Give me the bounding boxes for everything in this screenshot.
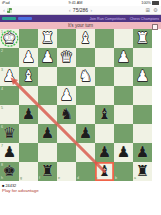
square-b3[interactable] <box>114 67 133 86</box>
piece-white-pawn-b2: ♟ <box>114 48 133 67</box>
rank-label-8: 8 <box>1 163 3 167</box>
mini-board-icon[interactable] <box>7 8 12 13</box>
piece-black-pawn-h7: ♟ <box>0 143 19 162</box>
board-outline-icon[interactable] <box>152 24 158 30</box>
square-d7[interactable] <box>76 143 95 162</box>
piece-white-rook-a1: ♜ <box>133 29 152 48</box>
square-g1[interactable] <box>19 29 38 48</box>
square-a6[interactable] <box>133 124 152 143</box>
square-h7[interactable]: 7♟ <box>0 143 19 162</box>
square-d6[interactable]: ♟ <box>76 124 95 143</box>
square-a2[interactable] <box>133 48 152 67</box>
piece-black-rook-f8: ♜ <box>38 162 57 181</box>
rank-label-2: 2 <box>1 49 3 53</box>
task-label: Play for advantage <box>2 188 159 194</box>
square-e2[interactable]: ♛ <box>57 48 76 67</box>
file-label-g: g <box>20 176 22 180</box>
square-f4[interactable] <box>38 86 57 105</box>
piece-white-pawn-h3: ♟ <box>0 67 19 86</box>
piece-white-knight-d3: ♞ <box>76 67 95 86</box>
square-c8[interactable]: c♝ <box>95 162 114 181</box>
piece-white-rook-f1: ♜ <box>38 29 57 48</box>
piece-white-bishop-g3: ♝ <box>19 67 38 86</box>
square-d1[interactable]: ♝ <box>76 29 95 48</box>
square-d2[interactable] <box>76 48 95 67</box>
rank-label-4: 4 <box>1 87 3 91</box>
clock: 9:41 AM <box>68 1 82 5</box>
square-f8[interactable]: f♜ <box>38 162 57 181</box>
progress-segment-solved[interactable] <box>2 17 16 21</box>
square-a8[interactable]: a♜ <box>133 162 152 181</box>
piece-black-pawn-f6: ♟ <box>38 124 57 143</box>
piece-white-bishop-d1: ♝ <box>76 29 95 48</box>
rank-label-3: 3 <box>1 68 3 72</box>
file-label-d: d <box>77 176 79 180</box>
square-g6[interactable] <box>19 124 38 143</box>
settings-gear-icon[interactable]: ⚙ <box>153 6 158 14</box>
square-h6[interactable]: 6♛ <box>0 124 19 143</box>
piece-black-pawn-d6: ♟ <box>76 124 95 143</box>
square-a3[interactable]: ♟ <box>133 67 152 86</box>
square-e4[interactable]: ♟ <box>57 86 76 105</box>
piece-black-king-h8: ♚ <box>0 162 19 181</box>
square-h3[interactable]: 3♟ <box>0 67 19 86</box>
piece-white-queen-e2: ♛ <box>57 48 76 67</box>
turn-banner: It's your turn <box>0 22 161 29</box>
file-label-f: f <box>39 176 40 180</box>
square-d5[interactable] <box>76 105 95 124</box>
file-label-c: c <box>96 176 98 180</box>
board-area: 1♚♜♝♜2♟♟♛♟3♟♝♞♟4♟5♟♞♝6♛♟♟7♟♟♟♟8h♚gf♜edc♝… <box>0 29 152 181</box>
square-b1[interactable] <box>114 29 133 48</box>
square-e7[interactable] <box>57 143 76 162</box>
rank-label-5: 5 <box>1 106 3 110</box>
rank-label-1: 1 <box>1 30 3 34</box>
square-e6[interactable] <box>57 124 76 143</box>
square-g2[interactable]: ♟ <box>19 48 38 67</box>
square-f6[interactable]: ♟ <box>38 124 57 143</box>
battery-percent: 100% <box>141 1 151 5</box>
progress-link-2[interactable]: Chess Champions <box>130 17 159 21</box>
file-label-h: h <box>1 176 3 180</box>
square-c3[interactable] <box>95 67 114 86</box>
file-label-a: a <box>134 176 136 180</box>
square-a7[interactable]: ♟ <box>133 143 152 162</box>
chess-board[interactable]: 1♚♜♝♜2♟♟♛♟3♟♝♞♟4♟5♟♞♝6♛♟♟7♟♟♟♟8h♚gf♜edc♝… <box>0 29 152 181</box>
square-h1[interactable]: 1♚ <box>0 29 19 48</box>
square-f1[interactable]: ♜ <box>38 29 57 48</box>
progress-segment-current[interactable] <box>18 17 32 21</box>
rank-label-6: 6 <box>1 125 3 129</box>
square-f5[interactable] <box>38 105 57 124</box>
piece-black-pawn-a7: ♟ <box>133 143 152 162</box>
turn-banner-label: It's your turn <box>68 23 93 28</box>
back-chevron-icon[interactable]: ‹ <box>3 6 5 14</box>
square-c5[interactable]: ♝ <box>95 105 114 124</box>
square-g4[interactable] <box>19 86 38 105</box>
square-c2[interactable] <box>95 48 114 67</box>
rank-label-7: 7 <box>1 144 3 148</box>
piece-white-king-h1: ♚ <box>0 29 19 48</box>
square-g7[interactable] <box>19 143 38 162</box>
square-a1[interactable]: ♜ <box>133 29 152 48</box>
navigation-bar: ‹ ‹ 75/286 › ⊞ ⚙ <box>0 6 161 15</box>
square-f7[interactable] <box>38 143 57 162</box>
square-d3[interactable]: ♞ <box>76 67 95 86</box>
square-c6[interactable] <box>95 124 114 143</box>
square-g8[interactable]: g <box>19 162 38 181</box>
square-b7[interactable]: ♟ <box>114 143 133 162</box>
square-c7[interactable]: ♟ <box>95 143 114 162</box>
file-label-e: e <box>58 176 60 180</box>
file-label-b: b <box>115 176 117 180</box>
square-h8[interactable]: 8h♚ <box>0 162 19 181</box>
square-g3[interactable]: ♝ <box>19 67 38 86</box>
puzzle-counter: 75/286 <box>73 7 88 13</box>
square-h2[interactable]: 2 <box>0 48 19 67</box>
piece-white-pawn-f2: ♟ <box>38 48 57 67</box>
square-d8[interactable]: d <box>76 162 95 181</box>
square-b5[interactable] <box>114 105 133 124</box>
square-b2[interactable]: ♟ <box>114 48 133 67</box>
piece-black-knight-e5: ♞ <box>57 105 76 124</box>
piece-white-pawn-e4: ♟ <box>57 86 76 105</box>
grid-icon[interactable]: ⊞ <box>145 6 150 14</box>
device-label: iPad <box>2 1 10 5</box>
square-b4[interactable] <box>114 86 133 105</box>
square-c4[interactable] <box>95 86 114 105</box>
square-e1[interactable] <box>57 29 76 48</box>
square-a4[interactable] <box>133 86 152 105</box>
piece-black-rook-a8: ♜ <box>133 162 152 181</box>
square-c1[interactable] <box>95 29 114 48</box>
square-e3[interactable] <box>57 67 76 86</box>
battery-icon <box>152 1 159 6</box>
square-h5[interactable]: 5 <box>0 105 19 124</box>
square-f3[interactable] <box>38 67 57 86</box>
progress-link-1[interactable]: Join Run Competitions <box>89 17 125 21</box>
square-e8[interactable]: e <box>57 162 76 181</box>
square-b6[interactable] <box>114 124 133 143</box>
square-e5[interactable]: ♞ <box>57 105 76 124</box>
piece-black-bishop-c5: ♝ <box>95 105 114 124</box>
square-h4[interactable]: 4 <box>0 86 19 105</box>
square-f2[interactable]: ♟ <box>38 48 57 67</box>
square-a5[interactable] <box>133 105 152 124</box>
prev-puzzle-button[interactable]: ‹ <box>69 6 71 14</box>
piece-black-pawn-c7: ♟ <box>95 143 114 162</box>
progress-bar: Join Run Competitions Chess Champions <box>0 15 161 22</box>
square-d4[interactable] <box>76 86 95 105</box>
piece-white-pawn-a3: ♟ <box>133 67 152 86</box>
piece-black-pawn-b7: ♟ <box>114 143 133 162</box>
square-g5[interactable]: ♟ <box>19 105 38 124</box>
piece-black-queen-h6: ♛ <box>0 124 19 143</box>
piece-black-bishop-c8: ♝ <box>95 162 114 181</box>
piece-black-pawn-g5: ♟ <box>19 105 38 124</box>
piece-white-pawn-g2: ♟ <box>19 48 38 67</box>
square-b8[interactable]: b <box>114 162 133 181</box>
footer: ■ 24432 Play for advantage <box>0 181 161 194</box>
app-screen: iPad 9:41 AM 100% ‹ ‹ 75/286 › ⊞ ⚙ Join … <box>0 0 161 215</box>
